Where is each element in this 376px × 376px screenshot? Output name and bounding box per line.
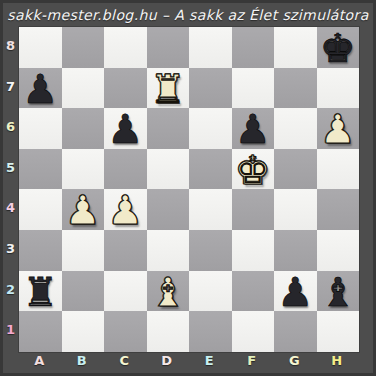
square-c5[interactable] [104,149,147,190]
square-a4[interactable] [19,189,62,230]
square-h5[interactable] [317,149,360,190]
piece-white-pawn[interactable]: ♟ [104,189,147,230]
rank-label-2: 2 [3,270,18,311]
square-c6[interactable]: ♟ [104,108,147,149]
file-label-e: E [188,352,231,372]
square-d4[interactable] [147,189,190,230]
square-a5[interactable] [19,149,62,190]
square-g1[interactable] [274,311,317,352]
square-e4[interactable] [189,189,232,230]
file-label-d: D [146,352,189,372]
square-f8[interactable] [232,27,275,68]
file-label-b: B [61,352,104,372]
chess-board[interactable]: ♚♟♜♟♟♟♚♟♟♜♝♟♝ [18,26,360,353]
square-e6[interactable] [189,108,232,149]
file-label-a: A [18,352,61,372]
square-c4[interactable]: ♟ [104,189,147,230]
square-h3[interactable] [317,230,360,271]
square-h1[interactable] [317,311,360,352]
square-c8[interactable] [104,27,147,68]
square-b3[interactable] [62,230,105,271]
square-b4[interactable]: ♟ [62,189,105,230]
square-e5[interactable] [189,149,232,190]
piece-black-pawn[interactable]: ♟ [19,68,62,109]
square-d5[interactable] [147,149,190,190]
rank-label-3: 3 [3,229,18,270]
file-label-g: G [273,352,316,372]
square-a1[interactable] [19,311,62,352]
square-e7[interactable] [189,68,232,109]
square-c7[interactable] [104,68,147,109]
square-h4[interactable] [317,189,360,230]
square-h2[interactable]: ♝ [317,271,360,312]
square-a6[interactable] [19,108,62,149]
square-c2[interactable] [104,271,147,312]
file-label-h: H [316,352,359,372]
square-e3[interactable] [189,230,232,271]
rank-label-6: 6 [3,107,18,148]
piece-black-pawn[interactable]: ♟ [232,108,275,149]
piece-white-pawn[interactable]: ♟ [317,108,360,149]
square-g2[interactable]: ♟ [274,271,317,312]
square-f7[interactable] [232,68,275,109]
square-f4[interactable] [232,189,275,230]
square-d3[interactable] [147,230,190,271]
square-h6[interactable]: ♟ [317,108,360,149]
file-label-c: C [103,352,146,372]
piece-white-king[interactable]: ♚ [232,149,275,190]
square-e2[interactable] [189,271,232,312]
piece-black-king[interactable]: ♚ [317,27,360,68]
square-d7[interactable]: ♜ [147,68,190,109]
square-a2[interactable]: ♜ [19,271,62,312]
square-g8[interactable] [274,27,317,68]
square-d8[interactable] [147,27,190,68]
square-a7[interactable]: ♟ [19,68,62,109]
square-f6[interactable]: ♟ [232,108,275,149]
square-g3[interactable] [274,230,317,271]
square-c1[interactable] [104,311,147,352]
square-g6[interactable] [274,108,317,149]
square-b2[interactable] [62,271,105,312]
square-b5[interactable] [62,149,105,190]
piece-black-pawn[interactable]: ♟ [104,108,147,149]
square-f3[interactable] [232,230,275,271]
square-a8[interactable] [19,27,62,68]
square-f5[interactable]: ♚ [232,149,275,190]
file-labels: ABCDEFGH [18,352,358,372]
square-h7[interactable] [317,68,360,109]
square-e8[interactable] [189,27,232,68]
rank-label-5: 5 [3,148,18,189]
square-g4[interactable] [274,189,317,230]
piece-black-rook[interactable]: ♜ [19,271,62,312]
square-d2[interactable]: ♝ [147,271,190,312]
square-f2[interactable] [232,271,275,312]
chess-diagram-window: sakk-mester.blog.hu – A sakk az Élet szi… [0,0,376,376]
square-e1[interactable] [189,311,232,352]
square-h8[interactable]: ♚ [317,27,360,68]
square-d6[interactable] [147,108,190,149]
rank-label-4: 4 [3,188,18,229]
file-label-f: F [231,352,274,372]
rank-label-1: 1 [3,310,18,351]
square-b8[interactable] [62,27,105,68]
square-g5[interactable] [274,149,317,190]
square-d1[interactable] [147,311,190,352]
square-a3[interactable] [19,230,62,271]
piece-white-rook[interactable]: ♜ [147,68,190,109]
piece-white-pawn[interactable]: ♟ [62,189,105,230]
piece-black-bishop[interactable]: ♝ [317,271,360,312]
square-b7[interactable] [62,68,105,109]
rank-label-7: 7 [3,67,18,108]
rank-labels: 87654321 [3,26,18,351]
rank-label-8: 8 [3,26,18,67]
piece-black-pawn[interactable]: ♟ [274,271,317,312]
square-c3[interactable] [104,230,147,271]
square-f1[interactable] [232,311,275,352]
square-b6[interactable] [62,108,105,149]
piece-white-bishop[interactable]: ♝ [147,271,190,312]
window-title: sakk-mester.blog.hu – A sakk az Élet szi… [3,3,373,27]
square-g7[interactable] [274,68,317,109]
square-b1[interactable] [62,311,105,352]
